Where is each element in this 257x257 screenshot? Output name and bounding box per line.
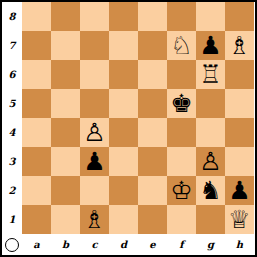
piece-black-knight: ♞: [199, 176, 221, 205]
board-row-rank-7: 7♘♟♗: [2, 31, 255, 60]
square-e2[interactable]: [138, 176, 167, 205]
square-d3[interactable]: [109, 147, 138, 176]
square-a2[interactable]: [22, 176, 51, 205]
square-e6[interactable]: [138, 60, 167, 89]
square-d1[interactable]: [109, 205, 138, 234]
square-g3[interactable]: ♙: [196, 147, 225, 176]
piece-white-bishop: ♗: [83, 205, 105, 234]
piece-white-queen: ♕: [228, 205, 250, 234]
rank-label-8: 8: [2, 2, 22, 31]
square-f6[interactable]: [167, 60, 196, 89]
square-e4[interactable]: [138, 118, 167, 147]
square-h2[interactable]: ♟: [225, 176, 254, 205]
square-e7[interactable]: [138, 31, 167, 60]
square-c5[interactable]: [80, 89, 109, 118]
rank-label-6: 6: [2, 60, 22, 89]
square-a1[interactable]: [22, 205, 51, 234]
square-g8[interactable]: [196, 2, 225, 31]
square-a7[interactable]: [22, 31, 51, 60]
square-c7[interactable]: [80, 31, 109, 60]
chess-board: 87♘♟♗6♖5♚4♙3♟♙2♔♞♟1♗♕: [2, 2, 255, 234]
square-e3[interactable]: [138, 147, 167, 176]
square-b4[interactable]: [51, 118, 80, 147]
file-label-h: h: [225, 239, 254, 250]
square-c4[interactable]: ♙: [80, 118, 109, 147]
square-b7[interactable]: [51, 31, 80, 60]
rank-label-1: 1: [2, 205, 22, 234]
square-b8[interactable]: [51, 2, 80, 31]
piece-black-pawn: ♟: [199, 31, 221, 60]
file-labels-row: abcdefgh: [2, 234, 255, 255]
file-label-g: g: [196, 239, 225, 250]
square-b5[interactable]: [51, 89, 80, 118]
square-f4[interactable]: [167, 118, 196, 147]
file-label-f: f: [167, 239, 196, 250]
piece-white-knight: ♘: [170, 31, 192, 60]
square-b6[interactable]: [51, 60, 80, 89]
square-c3[interactable]: ♟: [80, 147, 109, 176]
board-row-rank-3: 3♟♙: [2, 147, 255, 176]
board-row-rank-1: 1♗♕: [2, 205, 255, 234]
square-f8[interactable]: [167, 2, 196, 31]
board-row-rank-2: 2♔♞♟: [2, 176, 255, 205]
rank-label-2: 2: [2, 176, 22, 205]
square-a8[interactable]: [22, 2, 51, 31]
file-label-a: a: [22, 239, 51, 250]
square-a6[interactable]: [22, 60, 51, 89]
square-b2[interactable]: [51, 176, 80, 205]
square-d2[interactable]: [109, 176, 138, 205]
square-h7[interactable]: ♗: [225, 31, 254, 60]
square-b1[interactable]: [51, 205, 80, 234]
square-c1[interactable]: ♗: [80, 205, 109, 234]
square-d4[interactable]: [109, 118, 138, 147]
square-e5[interactable]: [138, 89, 167, 118]
square-g4[interactable]: [196, 118, 225, 147]
board-row-rank-6: 6♖: [2, 60, 255, 89]
square-b3[interactable]: [51, 147, 80, 176]
square-e1[interactable]: [138, 205, 167, 234]
square-h5[interactable]: [225, 89, 254, 118]
square-g2[interactable]: ♞: [196, 176, 225, 205]
piece-white-pawn: ♙: [199, 147, 221, 176]
file-label-d: d: [109, 239, 138, 250]
rank-label-3: 3: [2, 147, 22, 176]
square-g1[interactable]: [196, 205, 225, 234]
square-a5[interactable]: [22, 89, 51, 118]
square-g6[interactable]: ♖: [196, 60, 225, 89]
rank-label-7: 7: [2, 31, 22, 60]
square-d7[interactable]: [109, 31, 138, 60]
square-g5[interactable]: [196, 89, 225, 118]
piece-white-pawn: ♙: [83, 118, 105, 147]
chess-diagram-frame: 87♘♟♗6♖5♚4♙3♟♙2♔♞♟1♗♕ abcdefgh: [0, 0, 257, 257]
piece-black-pawn: ♟: [228, 176, 250, 205]
file-label-b: b: [51, 239, 80, 250]
square-f1[interactable]: [167, 205, 196, 234]
piece-white-king: ♔: [170, 176, 192, 205]
square-c8[interactable]: [80, 2, 109, 31]
square-h4[interactable]: [225, 118, 254, 147]
square-g7[interactable]: ♟: [196, 31, 225, 60]
square-f3[interactable]: [167, 147, 196, 176]
square-d6[interactable]: [109, 60, 138, 89]
square-h3[interactable]: [225, 147, 254, 176]
square-a4[interactable]: [22, 118, 51, 147]
turn-cell: [2, 238, 22, 252]
piece-white-rook: ♖: [199, 60, 221, 89]
square-h1[interactable]: ♕: [225, 205, 254, 234]
file-label-c: c: [80, 239, 109, 250]
piece-white-bishop: ♗: [228, 31, 250, 60]
board-row-rank-4: 4♙: [2, 118, 255, 147]
square-f7[interactable]: ♘: [167, 31, 196, 60]
white-to-move-indicator-icon: [5, 238, 19, 252]
square-a3[interactable]: [22, 147, 51, 176]
board-row-rank-8: 8: [2, 2, 255, 31]
square-c2[interactable]: [80, 176, 109, 205]
piece-black-pawn: ♟: [83, 147, 105, 176]
square-d8[interactable]: [109, 2, 138, 31]
square-e8[interactable]: [138, 2, 167, 31]
square-h6[interactable]: [225, 60, 254, 89]
square-d5[interactable]: [109, 89, 138, 118]
rank-label-5: 5: [2, 89, 22, 118]
rank-label-4: 4: [2, 118, 22, 147]
board-row-rank-5: 5♚: [2, 89, 255, 118]
square-c6[interactable]: [80, 60, 109, 89]
piece-black-king: ♚: [170, 89, 192, 118]
square-f5[interactable]: ♚: [167, 89, 196, 118]
square-f2[interactable]: ♔: [167, 176, 196, 205]
square-h8[interactable]: [225, 2, 254, 31]
file-label-e: e: [138, 239, 167, 250]
